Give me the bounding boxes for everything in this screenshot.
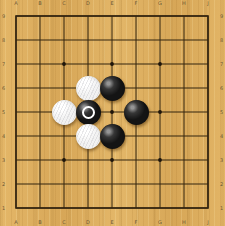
coord-label-bottom: F xyxy=(131,219,141,226)
white-stone: ● xyxy=(76,124,101,149)
black-stone: ● xyxy=(124,100,149,125)
coord-label-bottom: A xyxy=(11,219,21,226)
go-board-screen: AA99BB88CC77DD66EE55FF44GG33HH22JJ11 ●●●… xyxy=(0,0,225,226)
stones-layer: ●●●●●●● xyxy=(4,4,220,220)
black-stone: ● xyxy=(76,100,101,125)
white-stone-glyph: ● xyxy=(52,100,77,125)
coord-label-bottom: E xyxy=(107,219,117,226)
coord-label-bottom: G xyxy=(155,219,165,226)
black-stone: ● xyxy=(100,76,125,101)
last-move-marker xyxy=(82,106,95,119)
white-stone-glyph: ● xyxy=(76,124,101,149)
white-stone: ● xyxy=(52,100,77,125)
coord-label-bottom: C xyxy=(59,219,69,226)
black-stone-glyph: ● xyxy=(100,124,125,149)
white-stone: ● xyxy=(76,76,101,101)
black-stone-glyph: ● xyxy=(124,100,149,125)
black-stone-glyph: ● xyxy=(100,76,125,101)
coord-label-bottom: B xyxy=(35,219,45,226)
white-stone-glyph: ● xyxy=(76,76,101,101)
go-board[interactable]: AA99BB88CC77DD66EE55FF44GG33HH22JJ11 ●●●… xyxy=(0,0,225,226)
coord-label-bottom: D xyxy=(83,219,93,226)
coord-label-bottom: H xyxy=(179,219,189,226)
coord-label-bottom: J xyxy=(203,219,213,226)
black-stone: ● xyxy=(100,124,125,149)
